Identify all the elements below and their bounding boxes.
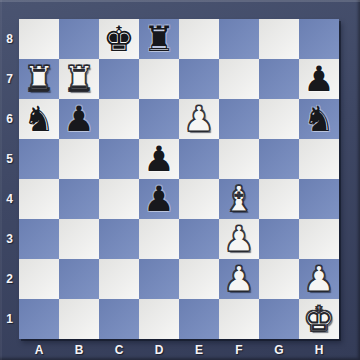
square-c7[interactable] xyxy=(99,59,139,99)
square-e2[interactable] xyxy=(179,259,219,299)
square-b4[interactable] xyxy=(59,179,99,219)
square-h6[interactable]: ♞ xyxy=(299,99,339,139)
square-d6[interactable] xyxy=(139,99,179,139)
black-king[interactable]: ♚ xyxy=(103,19,134,59)
square-f6[interactable] xyxy=(219,99,259,139)
chess-board: ♚♜♜♜♟♞♟♟♞♟♟♝♟♟♟♚ xyxy=(19,19,339,339)
white-pawn[interactable]: ♟ xyxy=(223,259,254,299)
square-g4[interactable] xyxy=(259,179,299,219)
file-label-a: A xyxy=(19,339,59,360)
square-f3[interactable]: ♟ xyxy=(219,219,259,259)
square-d2[interactable] xyxy=(139,259,179,299)
rank-label-3: 3 xyxy=(0,219,19,259)
file-label-e: E xyxy=(179,339,219,360)
square-g2[interactable] xyxy=(259,259,299,299)
black-pawn[interactable]: ♟ xyxy=(63,99,94,139)
square-g1[interactable] xyxy=(259,299,299,339)
square-e4[interactable] xyxy=(179,179,219,219)
square-c6[interactable] xyxy=(99,99,139,139)
square-a5[interactable] xyxy=(19,139,59,179)
square-b5[interactable] xyxy=(59,139,99,179)
black-pawn[interactable]: ♟ xyxy=(143,139,174,179)
square-f7[interactable] xyxy=(219,59,259,99)
rank-label-1: 1 xyxy=(0,299,19,339)
square-g8[interactable] xyxy=(259,19,299,59)
square-e7[interactable] xyxy=(179,59,219,99)
file-label-f: F xyxy=(219,339,259,360)
square-a4[interactable] xyxy=(19,179,59,219)
square-c3[interactable] xyxy=(99,219,139,259)
rank-label-5: 5 xyxy=(0,139,19,179)
square-d1[interactable] xyxy=(139,299,179,339)
square-g3[interactable] xyxy=(259,219,299,259)
file-label-d: D xyxy=(139,339,179,360)
square-b8[interactable] xyxy=(59,19,99,59)
white-bishop[interactable]: ♝ xyxy=(223,179,254,219)
square-d8[interactable]: ♜ xyxy=(139,19,179,59)
square-g5[interactable] xyxy=(259,139,299,179)
black-knight[interactable]: ♞ xyxy=(303,99,334,139)
square-e3[interactable] xyxy=(179,219,219,259)
black-knight[interactable]: ♞ xyxy=(23,99,54,139)
white-pawn[interactable]: ♟ xyxy=(183,99,214,139)
square-g6[interactable] xyxy=(259,99,299,139)
square-h4[interactable] xyxy=(299,179,339,219)
square-e8[interactable] xyxy=(179,19,219,59)
square-h1[interactable]: ♚ xyxy=(299,299,339,339)
square-h7[interactable]: ♟ xyxy=(299,59,339,99)
file-label-b: B xyxy=(59,339,99,360)
file-label-g: G xyxy=(259,339,299,360)
square-b3[interactable] xyxy=(59,219,99,259)
square-g7[interactable] xyxy=(259,59,299,99)
square-d5[interactable]: ♟ xyxy=(139,139,179,179)
square-b7[interactable]: ♜ xyxy=(59,59,99,99)
black-pawn[interactable]: ♟ xyxy=(143,179,174,219)
white-rook[interactable]: ♜ xyxy=(23,59,54,99)
square-c4[interactable] xyxy=(99,179,139,219)
black-pawn[interactable]: ♟ xyxy=(303,59,334,99)
square-f8[interactable] xyxy=(219,19,259,59)
square-a2[interactable] xyxy=(19,259,59,299)
square-a8[interactable] xyxy=(19,19,59,59)
white-rook[interactable]: ♜ xyxy=(63,59,94,99)
rank-label-7: 7 xyxy=(0,59,19,99)
square-d4[interactable]: ♟ xyxy=(139,179,179,219)
square-d7[interactable] xyxy=(139,59,179,99)
square-e5[interactable] xyxy=(179,139,219,179)
square-a6[interactable]: ♞ xyxy=(19,99,59,139)
square-f4[interactable]: ♝ xyxy=(219,179,259,219)
square-h5[interactable] xyxy=(299,139,339,179)
white-pawn[interactable]: ♟ xyxy=(303,259,334,299)
square-f2[interactable]: ♟ xyxy=(219,259,259,299)
rank-label-8: 8 xyxy=(0,19,19,59)
chess-diagram-frame: ♚♜♜♜♟♞♟♟♞♟♟♝♟♟♟♚ 87654321 ABCDEFGH xyxy=(0,0,360,360)
square-h8[interactable] xyxy=(299,19,339,59)
white-pawn[interactable]: ♟ xyxy=(223,219,254,259)
square-f1[interactable] xyxy=(219,299,259,339)
rank-label-2: 2 xyxy=(0,259,19,299)
square-e1[interactable] xyxy=(179,299,219,339)
square-c1[interactable] xyxy=(99,299,139,339)
square-h3[interactable] xyxy=(299,219,339,259)
file-label-h: H xyxy=(299,339,339,360)
black-rook[interactable]: ♜ xyxy=(143,19,174,59)
square-b1[interactable] xyxy=(59,299,99,339)
square-c8[interactable]: ♚ xyxy=(99,19,139,59)
rank-label-4: 4 xyxy=(0,179,19,219)
file-label-c: C xyxy=(99,339,139,360)
square-e6[interactable]: ♟ xyxy=(179,99,219,139)
rank-label-6: 6 xyxy=(0,99,19,139)
square-a1[interactable] xyxy=(19,299,59,339)
square-b6[interactable]: ♟ xyxy=(59,99,99,139)
square-f5[interactable] xyxy=(219,139,259,179)
white-king[interactable]: ♚ xyxy=(303,299,334,339)
square-a3[interactable] xyxy=(19,219,59,259)
square-h2[interactable]: ♟ xyxy=(299,259,339,299)
square-a7[interactable]: ♜ xyxy=(19,59,59,99)
square-c2[interactable] xyxy=(99,259,139,299)
square-b2[interactable] xyxy=(59,259,99,299)
square-d3[interactable] xyxy=(139,219,179,259)
square-c5[interactable] xyxy=(99,139,139,179)
